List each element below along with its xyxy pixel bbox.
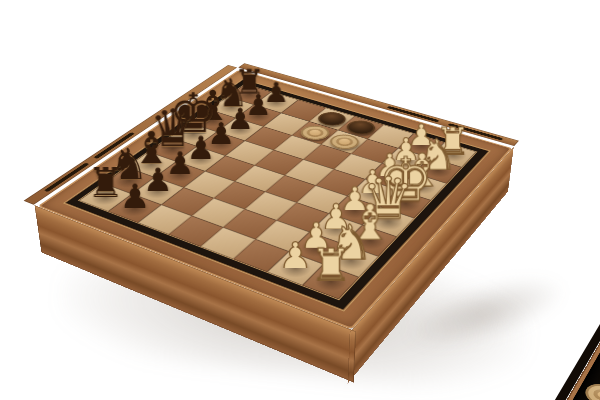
- light-checker-in-drawer[interactable]: [581, 380, 600, 400]
- piece-glyph: ♜: [285, 242, 377, 288]
- square-a1[interactable]: ♜: [302, 264, 359, 299]
- square-a7[interactable]: ♟: [108, 194, 161, 223]
